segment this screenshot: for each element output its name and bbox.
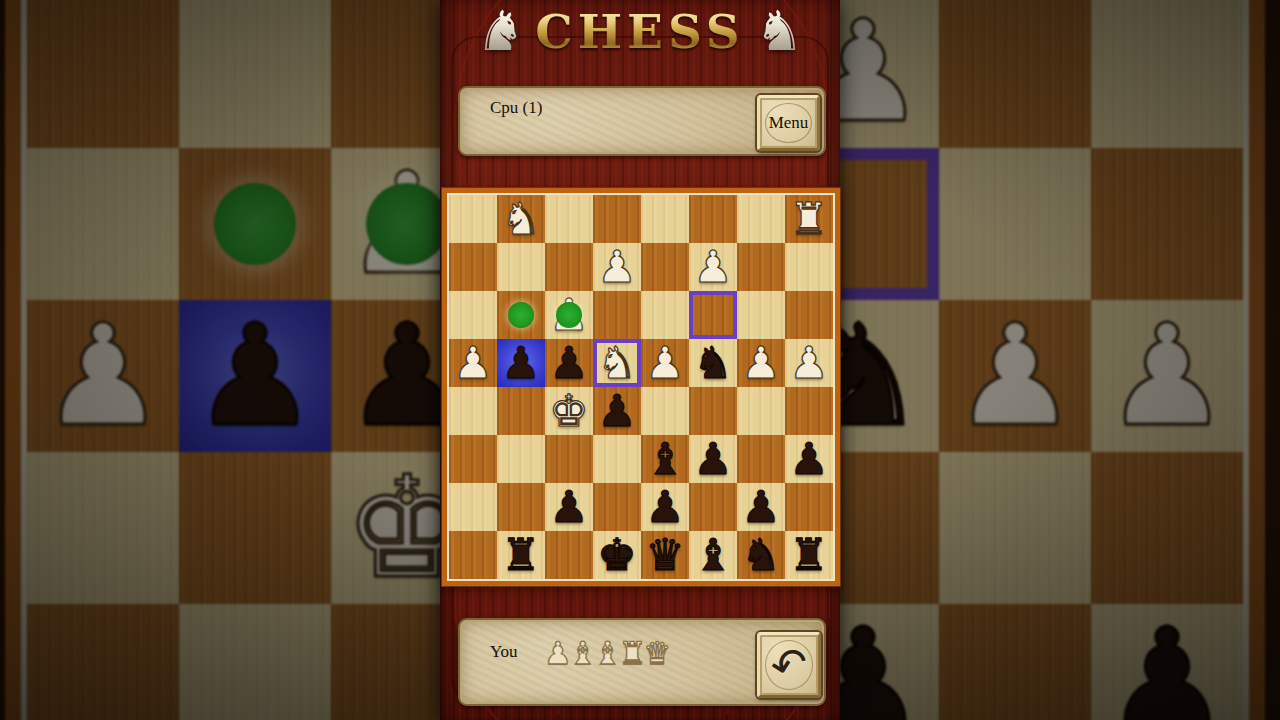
player-panel: You ♟♝♝♜♛ ↶	[458, 618, 826, 706]
piece-black-b-c8: ♝	[693, 533, 732, 577]
captured-white-b-icon: ♝	[594, 636, 622, 670]
square-f1[interactable]	[545, 195, 593, 243]
square-e5[interactable]: ♟	[593, 387, 641, 435]
piece-black-p-b7: ♟	[741, 485, 780, 529]
piece-black-p-f7: ♟	[549, 485, 588, 529]
piece-black-p-a6: ♟	[789, 437, 828, 481]
square-f6[interactable]	[545, 435, 593, 483]
square-b6	[939, 604, 1091, 720]
piece-white-p-b4: ♟	[741, 341, 780, 385]
square-d2[interactable]	[641, 243, 689, 291]
square-g2[interactable]	[497, 243, 545, 291]
square-h2[interactable]	[449, 243, 497, 291]
square-c3[interactable]	[689, 291, 737, 339]
square-e2[interactable]: ♟	[593, 243, 641, 291]
captured-white-q-icon: ♛	[643, 636, 671, 670]
square-h7[interactable]	[449, 483, 497, 531]
square-g3	[179, 148, 331, 300]
square-b6[interactable]	[737, 435, 785, 483]
square-g3[interactable]	[497, 291, 545, 339]
square-b4: ♟	[939, 300, 1091, 452]
square-d6[interactable]: ♝	[641, 435, 689, 483]
square-c5[interactable]	[689, 387, 737, 435]
piece-black-r-g8: ♜	[501, 533, 540, 577]
legal-move-dot-g3	[214, 183, 296, 265]
square-g2	[179, 0, 331, 148]
piece-black-b-d6: ♝	[645, 437, 684, 481]
square-h3[interactable]	[449, 291, 497, 339]
square-g4: ♟	[179, 300, 331, 452]
captured-pieces-tray: ♟♝♝♜♛	[544, 636, 668, 670]
square-c4[interactable]: ♞	[689, 339, 737, 387]
piece-black-p-d7: ♟	[645, 485, 684, 529]
square-a3[interactable]	[785, 291, 833, 339]
square-b4[interactable]: ♟	[737, 339, 785, 387]
captured-white-p-icon: ♟	[544, 636, 572, 670]
chess-board: ♞♜♟♟♟♟♟♟♞♟♞♟♟♚♟♝♟♟♟♟♟♜♚♛♝♞♜	[442, 188, 840, 586]
square-c8[interactable]: ♝	[689, 531, 737, 579]
square-f2[interactable]	[545, 243, 593, 291]
square-g6	[179, 604, 331, 720]
square-a1[interactable]: ♜	[785, 195, 833, 243]
square-a3	[1091, 148, 1243, 300]
app-title: CHESS	[531, 4, 749, 59]
piece-white-p-a4: ♟	[1104, 306, 1230, 446]
square-b3	[939, 148, 1091, 300]
square-b7[interactable]: ♟	[737, 483, 785, 531]
square-d8[interactable]: ♛	[641, 531, 689, 579]
square-h4: ♟	[27, 300, 179, 452]
chess-app-window: ♞ CHESS ♞ Cpu (1) Menu ♞♜♟♟♟♟♟♟♞♟♞♟♟♚♟♝♟…	[440, 0, 840, 720]
knight-icon-left: ♞	[476, 2, 525, 60]
piece-black-r-a8: ♜	[789, 533, 828, 577]
opponent-name: Cpu (1)	[490, 98, 542, 118]
square-a6: ♟	[1091, 604, 1243, 720]
piece-black-p-g4: ♟	[501, 341, 540, 385]
square-a5	[1091, 452, 1243, 604]
square-h6[interactable]	[449, 435, 497, 483]
square-a6[interactable]: ♟	[785, 435, 833, 483]
player-name: You	[490, 642, 518, 662]
square-b5[interactable]	[737, 387, 785, 435]
piece-black-n-c4: ♞	[693, 341, 732, 385]
square-g1[interactable]: ♞	[497, 195, 545, 243]
square-g6[interactable]	[497, 435, 545, 483]
piece-white-p-c2: ♟	[693, 245, 732, 289]
square-c6[interactable]: ♟	[689, 435, 737, 483]
square-f7[interactable]: ♟	[545, 483, 593, 531]
piece-white-p-h4: ♟	[453, 341, 492, 385]
square-b3[interactable]	[737, 291, 785, 339]
square-h8[interactable]	[449, 531, 497, 579]
square-h6	[27, 604, 179, 720]
app-header: ♞ CHESS ♞	[440, 0, 840, 62]
menu-button[interactable]: Menu	[757, 95, 820, 151]
square-h1[interactable]	[449, 195, 497, 243]
piece-black-n-b8: ♞	[741, 533, 780, 577]
square-g7[interactable]	[497, 483, 545, 531]
square-d7[interactable]: ♟	[641, 483, 689, 531]
square-e7[interactable]	[593, 483, 641, 531]
opponent-panel: Cpu (1) Menu	[458, 86, 826, 156]
square-h5	[27, 452, 179, 604]
square-f8[interactable]	[545, 531, 593, 579]
square-c2[interactable]: ♟	[689, 243, 737, 291]
knight-icon-right: ♞	[755, 2, 804, 60]
square-b1[interactable]	[737, 195, 785, 243]
piece-white-p-b4: ♟	[952, 306, 1078, 446]
legal-move-dot-f3	[366, 183, 448, 265]
piece-black-k-e8: ♚	[597, 533, 636, 577]
piece-black-p-a6: ♟	[1104, 610, 1230, 720]
piece-white-p-e2: ♟	[597, 245, 636, 289]
square-b5	[939, 452, 1091, 604]
piece-black-p-c6: ♟	[693, 437, 732, 481]
piece-black-p-f4: ♟	[549, 341, 588, 385]
piece-white-k-f5: ♚	[549, 389, 588, 433]
square-c7[interactable]	[689, 483, 737, 531]
square-g5[interactable]	[497, 387, 545, 435]
legal-move-dot-f3[interactable]	[556, 302, 582, 328]
square-b2[interactable]	[737, 243, 785, 291]
menu-button-label: Menu	[769, 113, 809, 133]
piece-white-p-a4: ♟	[789, 341, 828, 385]
captured-white-b-icon: ♝	[569, 636, 597, 670]
square-e3[interactable]	[593, 291, 641, 339]
piece-white-n-g1: ♞	[501, 197, 540, 241]
piece-white-r-a1: ♜	[789, 197, 828, 241]
square-a5[interactable]	[785, 387, 833, 435]
square-h3	[27, 148, 179, 300]
square-g4[interactable]: ♟	[497, 339, 545, 387]
square-b8[interactable]: ♞	[737, 531, 785, 579]
square-h4[interactable]: ♟	[449, 339, 497, 387]
square-a8[interactable]: ♜	[785, 531, 833, 579]
square-h2	[27, 0, 179, 148]
chess-board-grid: ♞♜♟♟♟♟♟♟♞♟♞♟♟♚♟♝♟♟♟♟♟♜♚♛♝♞♜	[447, 193, 835, 581]
piece-white-n-e4: ♞	[597, 341, 636, 385]
square-h5[interactable]	[449, 387, 497, 435]
legal-move-dot-g3[interactable]	[508, 302, 534, 328]
square-g5	[179, 452, 331, 604]
piece-black-p-g4: ♟	[192, 306, 318, 446]
square-f3[interactable]: ♟	[545, 291, 593, 339]
piece-black-q-d8: ♛	[645, 533, 684, 577]
square-e6[interactable]	[593, 435, 641, 483]
square-d5[interactable]	[641, 387, 689, 435]
square-b2	[939, 0, 1091, 148]
square-d4[interactable]: ♟	[641, 339, 689, 387]
square-a2	[1091, 0, 1243, 148]
square-f4[interactable]: ♟	[545, 339, 593, 387]
square-d3[interactable]	[641, 291, 689, 339]
piece-white-p-h4: ♟	[40, 306, 166, 446]
captured-white-r-icon: ♜	[618, 636, 646, 670]
undo-button[interactable]: ↶	[757, 632, 821, 698]
square-a4: ♟	[1091, 300, 1243, 452]
square-a4[interactable]: ♟	[785, 339, 833, 387]
square-g8[interactable]: ♜	[497, 531, 545, 579]
square-a2[interactable]	[785, 243, 833, 291]
square-f5[interactable]: ♚	[545, 387, 593, 435]
square-c1[interactable]	[689, 195, 737, 243]
square-e8[interactable]: ♚	[593, 531, 641, 579]
square-a7[interactable]	[785, 483, 833, 531]
undo-arrow-icon: ↶	[766, 640, 811, 691]
square-d1[interactable]	[641, 195, 689, 243]
piece-black-p-e5: ♟	[597, 389, 636, 433]
piece-white-p-d4: ♟	[645, 341, 684, 385]
square-e1[interactable]	[593, 195, 641, 243]
square-e4[interactable]: ♞	[593, 339, 641, 387]
